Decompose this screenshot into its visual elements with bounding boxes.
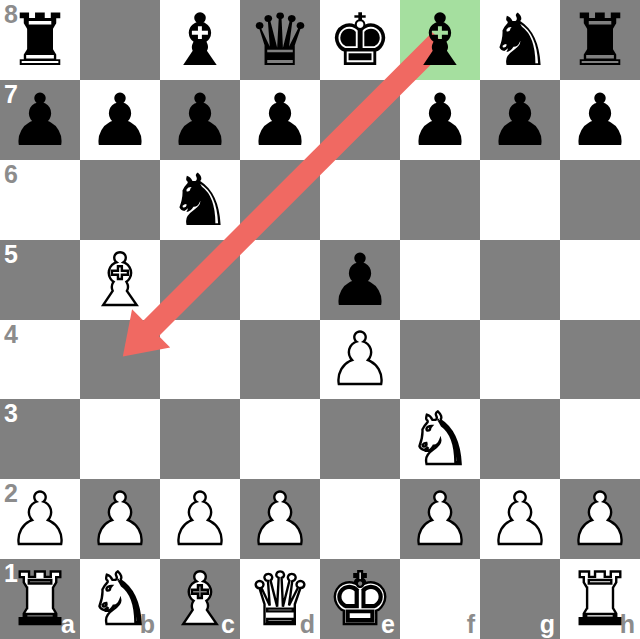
- piece-white-pawn-g2[interactable]: ♟: [480, 479, 560, 559]
- square-a2[interactable]: 2♟: [0, 479, 80, 559]
- piece-white-pawn-e4[interactable]: ♟: [320, 320, 400, 400]
- piece-black-pawn-c7[interactable]: ♟: [160, 80, 240, 160]
- square-h1[interactable]: h♜: [560, 559, 640, 639]
- square-d2[interactable]: ♟: [240, 479, 320, 559]
- square-a6[interactable]: 6: [0, 160, 80, 240]
- square-c8[interactable]: ♝: [160, 0, 240, 80]
- piece-white-queen-d1[interactable]: ♛: [240, 559, 320, 639]
- square-h4[interactable]: [560, 320, 640, 400]
- rank-label-6: 6: [4, 162, 18, 187]
- square-h3[interactable]: [560, 399, 640, 479]
- piece-black-knight-c6[interactable]: ♞: [160, 160, 240, 240]
- square-a8[interactable]: 8♜: [0, 0, 80, 80]
- square-d7[interactable]: ♟: [240, 80, 320, 160]
- square-d8[interactable]: ♛: [240, 0, 320, 80]
- square-b4[interactable]: [80, 320, 160, 400]
- square-c1[interactable]: c♝: [160, 559, 240, 639]
- piece-black-queen-d8[interactable]: ♛: [240, 0, 320, 80]
- piece-black-pawn-h7[interactable]: ♟: [560, 80, 640, 160]
- file-label-g: g: [540, 612, 555, 637]
- square-e3[interactable]: [320, 399, 400, 479]
- square-g8[interactable]: ♞: [480, 0, 560, 80]
- piece-white-pawn-c2[interactable]: ♟: [160, 479, 240, 559]
- square-e7[interactable]: [320, 80, 400, 160]
- piece-white-king-e1[interactable]: ♚: [320, 559, 400, 639]
- square-d6[interactable]: [240, 160, 320, 240]
- square-c6[interactable]: ♞: [160, 160, 240, 240]
- square-f2[interactable]: ♟: [400, 479, 480, 559]
- piece-white-pawn-b2[interactable]: ♟: [80, 479, 160, 559]
- square-e8[interactable]: ♚: [320, 0, 400, 80]
- square-c5[interactable]: [160, 240, 240, 320]
- square-b6[interactable]: [80, 160, 160, 240]
- chess-board: 8♜♝♛♚♝♞♜7♟♟♟♟♟♟♟6♞5♝♟4♟3♞2♟♟♟♟♟♟♟1a♜b♞c♝…: [0, 0, 640, 639]
- rank-label-3: 3: [4, 401, 18, 426]
- square-d4[interactable]: [240, 320, 320, 400]
- square-a1[interactable]: 1a♜: [0, 559, 80, 639]
- square-g3[interactable]: [480, 399, 560, 479]
- square-f4[interactable]: [400, 320, 480, 400]
- square-c3[interactable]: [160, 399, 240, 479]
- piece-black-pawn-g7[interactable]: ♟: [480, 80, 560, 160]
- chess-board-screenshot: 8♜♝♛♚♝♞♜7♟♟♟♟♟♟♟6♞5♝♟4♟3♞2♟♟♟♟♟♟♟1a♜b♞c♝…: [0, 0, 640, 639]
- piece-black-pawn-e5[interactable]: ♟: [320, 240, 400, 320]
- piece-white-knight-b1[interactable]: ♞: [80, 559, 160, 639]
- file-label-f: f: [467, 612, 475, 637]
- square-a5[interactable]: 5: [0, 240, 80, 320]
- piece-white-rook-h1[interactable]: ♜: [560, 559, 640, 639]
- piece-white-bishop-b5[interactable]: ♝: [80, 240, 160, 320]
- square-a7[interactable]: 7♟: [0, 80, 80, 160]
- piece-white-knight-f3[interactable]: ♞: [400, 399, 480, 479]
- square-c2[interactable]: ♟: [160, 479, 240, 559]
- square-g7[interactable]: ♟: [480, 80, 560, 160]
- piece-white-pawn-d2[interactable]: ♟: [240, 479, 320, 559]
- piece-black-bishop-c8[interactable]: ♝: [160, 0, 240, 80]
- square-b3[interactable]: [80, 399, 160, 479]
- piece-white-bishop-c1[interactable]: ♝: [160, 559, 240, 639]
- square-f7[interactable]: ♟: [400, 80, 480, 160]
- square-f1[interactable]: f: [400, 559, 480, 639]
- piece-white-rook-a1[interactable]: ♜: [0, 559, 80, 639]
- square-e2[interactable]: [320, 479, 400, 559]
- square-c7[interactable]: ♟: [160, 80, 240, 160]
- square-h8[interactable]: ♜: [560, 0, 640, 80]
- piece-white-pawn-h2[interactable]: ♟: [560, 479, 640, 559]
- piece-black-rook-h8[interactable]: ♜: [560, 0, 640, 80]
- square-h7[interactable]: ♟: [560, 80, 640, 160]
- square-g1[interactable]: g: [480, 559, 560, 639]
- piece-black-pawn-d7[interactable]: ♟: [240, 80, 320, 160]
- square-b7[interactable]: ♟: [80, 80, 160, 160]
- square-f8[interactable]: ♝: [400, 0, 480, 80]
- square-f5[interactable]: [400, 240, 480, 320]
- square-b2[interactable]: ♟: [80, 479, 160, 559]
- square-d3[interactable]: [240, 399, 320, 479]
- piece-white-pawn-f2[interactable]: ♟: [400, 479, 480, 559]
- square-g4[interactable]: [480, 320, 560, 400]
- square-h5[interactable]: [560, 240, 640, 320]
- piece-black-king-e8[interactable]: ♚: [320, 0, 400, 80]
- square-e1[interactable]: e♚: [320, 559, 400, 639]
- piece-black-pawn-a7[interactable]: ♟: [0, 80, 80, 160]
- square-f3[interactable]: ♞: [400, 399, 480, 479]
- square-h2[interactable]: ♟: [560, 479, 640, 559]
- square-g2[interactable]: ♟: [480, 479, 560, 559]
- piece-white-pawn-a2[interactable]: ♟: [0, 479, 80, 559]
- rank-label-4: 4: [4, 322, 18, 347]
- square-f6[interactable]: [400, 160, 480, 240]
- square-b5[interactable]: ♝: [80, 240, 160, 320]
- square-c4[interactable]: [160, 320, 240, 400]
- square-g5[interactable]: [480, 240, 560, 320]
- piece-black-pawn-b7[interactable]: ♟: [80, 80, 160, 160]
- square-e5[interactable]: ♟: [320, 240, 400, 320]
- piece-black-rook-a8[interactable]: ♜: [0, 0, 80, 80]
- square-b8[interactable]: [80, 0, 160, 80]
- square-a4[interactable]: 4: [0, 320, 80, 400]
- square-a3[interactable]: 3: [0, 399, 80, 479]
- square-g6[interactable]: [480, 160, 560, 240]
- piece-black-pawn-f7[interactable]: ♟: [400, 80, 480, 160]
- square-b1[interactable]: b♞: [80, 559, 160, 639]
- piece-black-bishop-f8[interactable]: ♝: [400, 0, 480, 80]
- piece-black-knight-g8[interactable]: ♞: [480, 0, 560, 80]
- square-d5[interactable]: [240, 240, 320, 320]
- square-e6[interactable]: [320, 160, 400, 240]
- rank-label-5: 5: [4, 242, 18, 267]
- square-h6[interactable]: [560, 160, 640, 240]
- square-d1[interactable]: d♛: [240, 559, 320, 639]
- square-e4[interactable]: ♟: [320, 320, 400, 400]
